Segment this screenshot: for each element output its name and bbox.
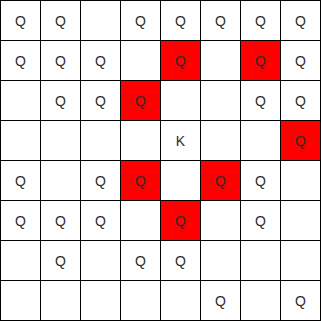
queen-glyph: Q	[135, 254, 146, 268]
board-cell-r7c2[interactable]	[81, 281, 121, 321]
board-cell-r2c4[interactable]	[161, 81, 201, 121]
queen-glyph: Q	[135, 94, 146, 108]
board-cell-r4c2[interactable]: Q	[81, 161, 121, 201]
board-cell-r3c7[interactable]: Q	[281, 121, 321, 161]
board-cell-r3c4[interactable]: K	[161, 121, 201, 161]
board-cell-r3c1[interactable]	[41, 121, 81, 161]
board-cell-r3c6[interactable]	[241, 121, 281, 161]
board-cell-r6c5[interactable]	[201, 241, 241, 281]
queen-glyph: Q	[295, 54, 306, 68]
board-cell-r6c6[interactable]	[241, 241, 281, 281]
queen-glyph: Q	[255, 214, 266, 228]
board-cell-r0c4[interactable]: Q	[161, 1, 201, 41]
king-glyph: K	[176, 134, 185, 148]
board-cell-r5c3[interactable]	[121, 201, 161, 241]
queen-glyph: Q	[95, 214, 106, 228]
board-cell-r1c0[interactable]: Q	[1, 41, 41, 81]
board-cell-r5c6[interactable]: Q	[241, 201, 281, 241]
queen-glyph: Q	[295, 134, 306, 148]
board-cell-r7c6[interactable]	[241, 281, 281, 321]
queen-glyph: Q	[135, 174, 146, 188]
board-cell-r7c3[interactable]	[121, 281, 161, 321]
board-cell-r0c3[interactable]: Q	[121, 1, 161, 41]
board-cell-r0c1[interactable]: Q	[41, 1, 81, 41]
board-cell-r6c2[interactable]	[81, 241, 121, 281]
board-cell-r2c6[interactable]: Q	[241, 81, 281, 121]
queen-glyph: Q	[55, 254, 66, 268]
queen-glyph: Q	[55, 214, 66, 228]
board-cell-r7c0[interactable]	[1, 281, 41, 321]
queen-glyph: Q	[255, 14, 266, 28]
queen-glyph: Q	[55, 94, 66, 108]
board-cell-r5c0[interactable]: Q	[1, 201, 41, 241]
queen-glyph: Q	[215, 14, 226, 28]
queen-glyph: Q	[55, 14, 66, 28]
board-cell-r5c5[interactable]	[201, 201, 241, 241]
board-cell-r4c3[interactable]: Q	[121, 161, 161, 201]
board-cell-r2c3[interactable]: Q	[121, 81, 161, 121]
board-cell-r4c7[interactable]	[281, 161, 321, 201]
queen-glyph: Q	[95, 54, 106, 68]
board-cell-r6c4[interactable]: Q	[161, 241, 201, 281]
queen-glyph: Q	[255, 174, 266, 188]
board-cell-r2c7[interactable]: Q	[281, 81, 321, 121]
board-cell-r0c0[interactable]: Q	[1, 1, 41, 41]
board-cell-r7c1[interactable]	[41, 281, 81, 321]
board-cell-r0c6[interactable]: Q	[241, 1, 281, 41]
queen-glyph: Q	[15, 14, 26, 28]
queen-glyph: Q	[175, 214, 186, 228]
board-cell-r0c7[interactable]: Q	[281, 1, 321, 41]
board-cell-r7c4[interactable]	[161, 281, 201, 321]
board-cell-r5c4[interactable]: Q	[161, 201, 201, 241]
board-cell-r3c2[interactable]	[81, 121, 121, 161]
board-cell-r5c7[interactable]	[281, 201, 321, 241]
board-cell-r2c2[interactable]: Q	[81, 81, 121, 121]
queen-glyph: Q	[175, 254, 186, 268]
board-cell-r2c1[interactable]: Q	[41, 81, 81, 121]
queen-glyph: Q	[175, 54, 186, 68]
board-cell-r6c1[interactable]: Q	[41, 241, 81, 281]
board-cell-r3c5[interactable]	[201, 121, 241, 161]
board-cell-r1c1[interactable]: Q	[41, 41, 81, 81]
board-cell-r7c7[interactable]: Q	[281, 281, 321, 321]
board-cell-r2c5[interactable]	[201, 81, 241, 121]
board-cell-r7c5[interactable]: Q	[201, 281, 241, 321]
board-cell-r4c4[interactable]	[161, 161, 201, 201]
board-cell-r3c0[interactable]	[1, 121, 41, 161]
queen-glyph: Q	[295, 14, 306, 28]
queen-glyph: Q	[255, 54, 266, 68]
board-cell-r3c3[interactable]	[121, 121, 161, 161]
board-cell-r4c0[interactable]: Q	[1, 161, 41, 201]
queen-glyph: Q	[15, 54, 26, 68]
board-cell-r1c7[interactable]: Q	[281, 41, 321, 81]
queen-glyph: Q	[95, 174, 106, 188]
puzzle-board: QQQQQQQQQQQQQQQQQQKQQQQQQQQQQQQQQQQ	[0, 0, 321, 321]
board-cell-r4c1[interactable]	[41, 161, 81, 201]
board-cell-r1c3[interactable]	[121, 41, 161, 81]
board-cell-r0c5[interactable]: Q	[201, 1, 241, 41]
board-cell-r4c5[interactable]: Q	[201, 161, 241, 201]
board-cell-r5c2[interactable]: Q	[81, 201, 121, 241]
board-cell-r2c0[interactable]	[1, 81, 41, 121]
queen-glyph: Q	[95, 94, 106, 108]
queen-glyph: Q	[255, 94, 266, 108]
board-cell-r1c4[interactable]: Q	[161, 41, 201, 81]
board-cell-r6c7[interactable]	[281, 241, 321, 281]
queen-glyph: Q	[175, 14, 186, 28]
board-cell-r6c3[interactable]: Q	[121, 241, 161, 281]
board-cell-r6c0[interactable]	[1, 241, 41, 281]
queen-glyph: Q	[15, 214, 26, 228]
queen-glyph: Q	[15, 174, 26, 188]
board-cell-r4c6[interactable]: Q	[241, 161, 281, 201]
queen-glyph: Q	[215, 294, 226, 308]
board-cell-r1c5[interactable]	[201, 41, 241, 81]
queen-glyph: Q	[295, 94, 306, 108]
board-cell-r1c6[interactable]: Q	[241, 41, 281, 81]
queen-glyph: Q	[55, 54, 66, 68]
board-cell-r0c2[interactable]	[81, 1, 121, 41]
queen-glyph: Q	[295, 294, 306, 308]
board-cell-r1c2[interactable]: Q	[81, 41, 121, 81]
queen-glyph: Q	[215, 174, 226, 188]
board-cell-r5c1[interactable]: Q	[41, 201, 81, 241]
queen-glyph: Q	[135, 14, 146, 28]
